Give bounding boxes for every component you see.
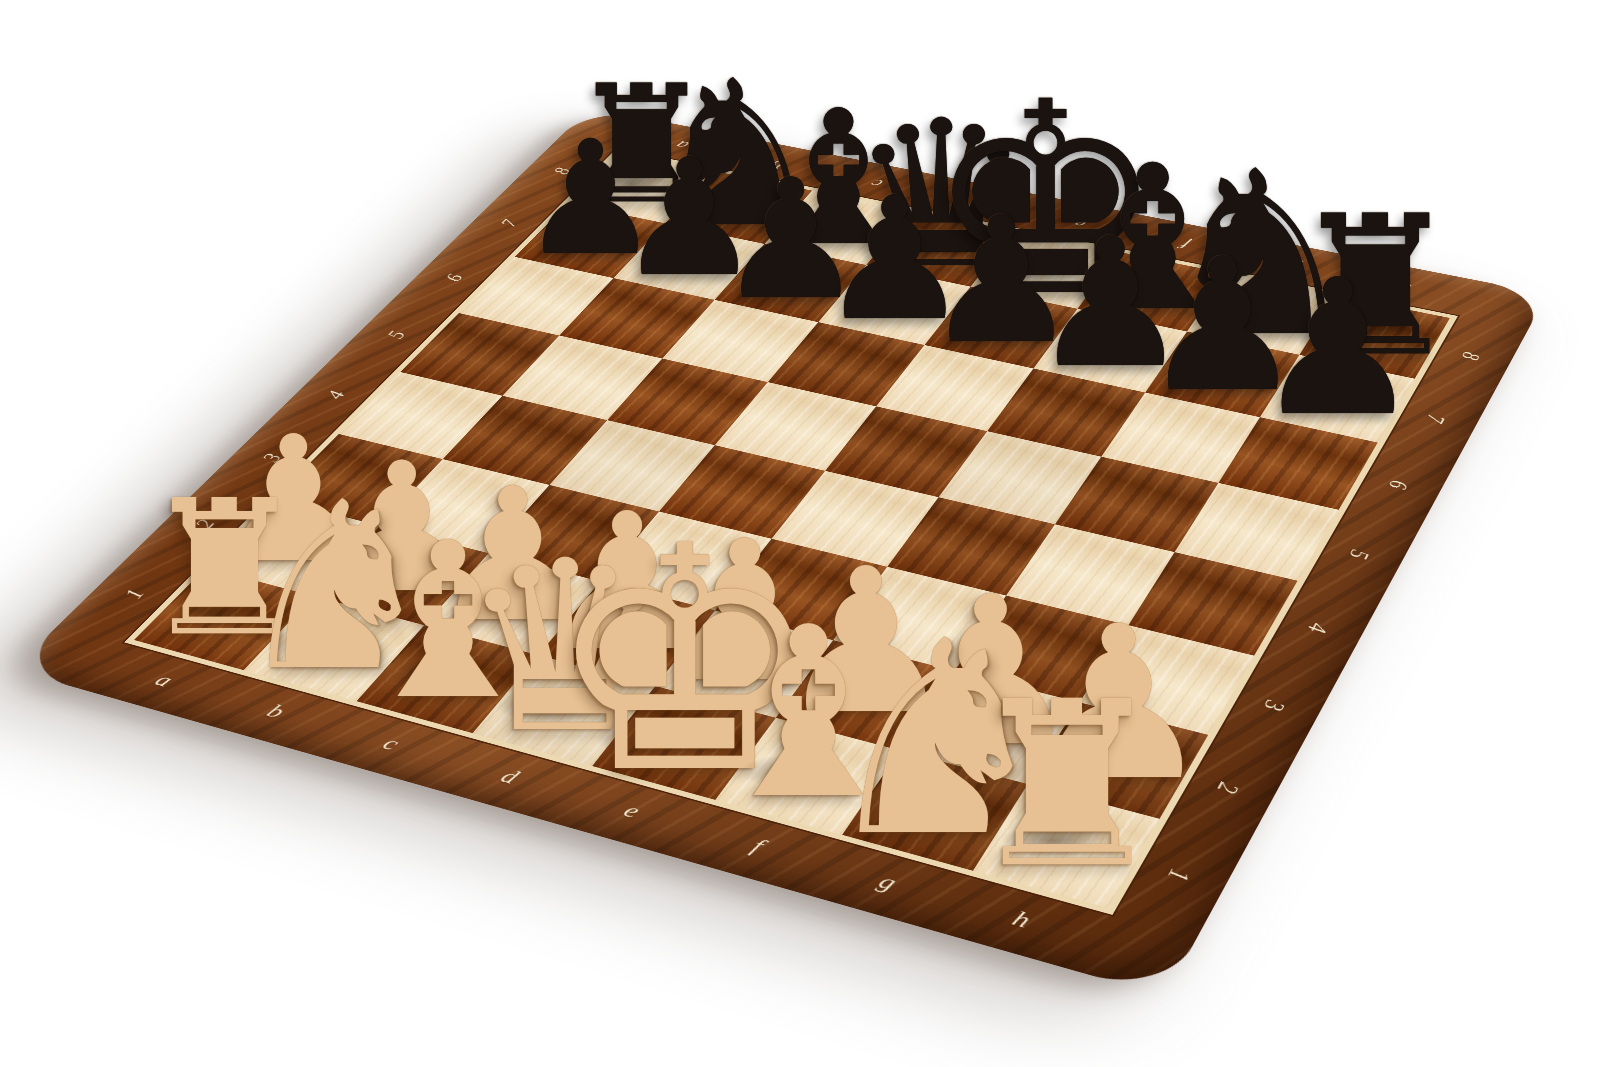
rook-glyph: ♜ <box>965 671 1170 899</box>
pawn-glyph: ♟ <box>1254 255 1422 443</box>
photo-scene: abcdefgh abcdefgh 87654321 87654321 ♜♞♝♛… <box>0 0 1600 1067</box>
pieces-layer: ♜♞♝♛♚♝♞♜♟♟♟♟♟♟♟♟♟♟♟♟♟♟♟♟♜♞♝♛♚♝♞♜ <box>0 0 1600 1067</box>
